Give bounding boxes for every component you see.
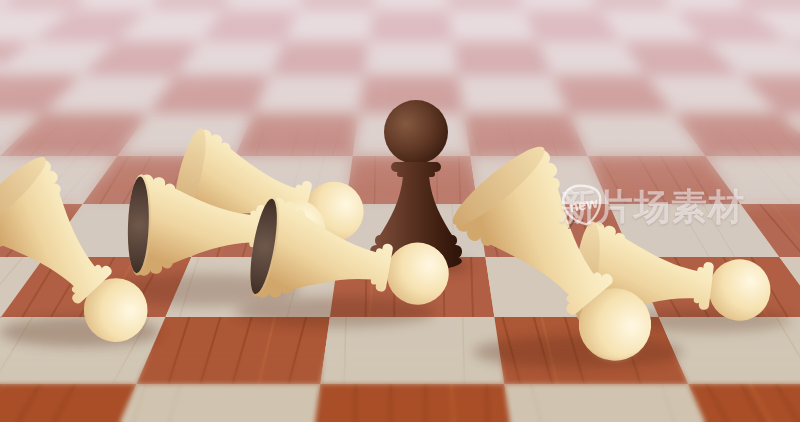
chess-pieces — [0, 0, 800, 422]
chessboard-photo-scene: new 新片场素材 — [0, 0, 800, 422]
